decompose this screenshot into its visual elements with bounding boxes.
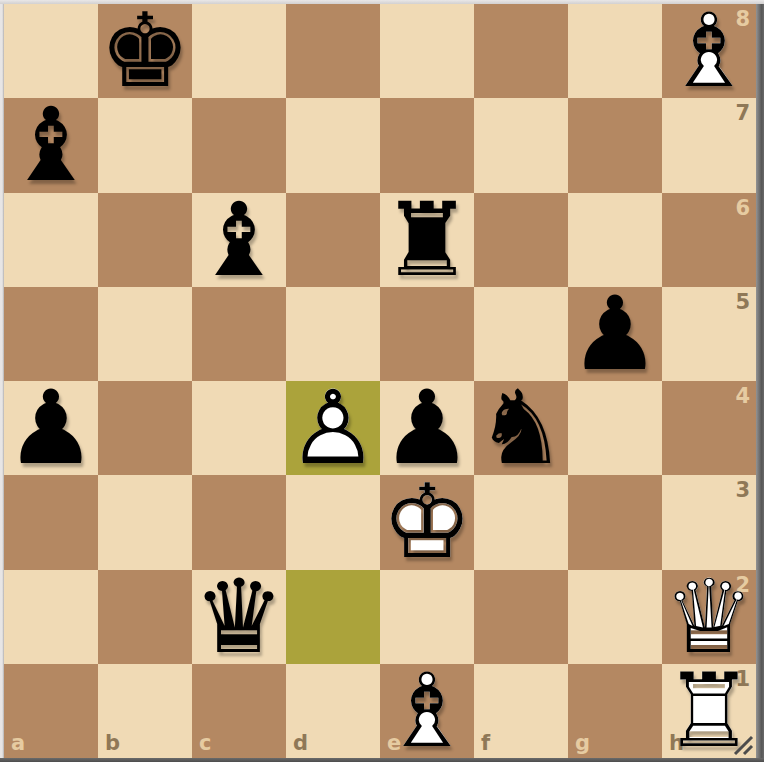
square-d1[interactable]: d <box>286 664 380 758</box>
white-queen-outline-glyph: ♕ <box>662 570 756 664</box>
square-b1[interactable]: b <box>98 664 192 758</box>
file-label-c: c <box>199 733 211 754</box>
white-bishop-outline-glyph: ♗ <box>662 4 756 98</box>
square-b5[interactable] <box>98 287 192 381</box>
black-knight-glyph: ♞ <box>474 381 568 475</box>
square-g2[interactable] <box>568 570 662 664</box>
square-a7[interactable]: ♝ <box>4 98 98 192</box>
square-c5[interactable] <box>192 287 286 381</box>
window-frame-right <box>756 4 764 758</box>
square-g7[interactable] <box>568 98 662 192</box>
square-a6[interactable] <box>4 193 98 287</box>
square-b7[interactable] <box>98 98 192 192</box>
piece-black-rook[interactable]: ♜ <box>380 193 474 287</box>
chess-board: ♚8♝♗♝7♝♜6♟5♟♟♙♟♞4♚♔3♛2♛♕abcde♝♗fgh1♜♖ <box>4 4 756 758</box>
square-c7[interactable] <box>192 98 286 192</box>
file-label-b: b <box>105 733 120 754</box>
square-f5[interactable] <box>474 287 568 381</box>
square-e2[interactable] <box>380 570 474 664</box>
black-rook-glyph: ♜ <box>380 193 474 287</box>
square-a1[interactable]: a <box>4 664 98 758</box>
piece-black-bishop[interactable]: ♝ <box>4 98 98 192</box>
square-h3[interactable]: 3 <box>662 475 756 569</box>
square-g8[interactable] <box>568 4 662 98</box>
square-g1[interactable]: g <box>568 664 662 758</box>
white-bishop-fill-glyph: ♝ <box>380 664 474 758</box>
square-f7[interactable] <box>474 98 568 192</box>
square-g4[interactable] <box>568 381 662 475</box>
square-h4[interactable]: 4 <box>662 381 756 475</box>
piece-black-knight[interactable]: ♞ <box>474 381 568 475</box>
square-g6[interactable] <box>568 193 662 287</box>
piece-black-pawn[interactable]: ♟ <box>380 381 474 475</box>
rank-label-3: 3 <box>735 480 750 501</box>
rank-label-4: 4 <box>735 386 750 407</box>
square-f1[interactable]: f <box>474 664 568 758</box>
square-d6[interactable] <box>286 193 380 287</box>
square-a3[interactable] <box>4 475 98 569</box>
square-c4[interactable] <box>192 381 286 475</box>
square-d2[interactable] <box>286 570 380 664</box>
white-pawn-outline-glyph: ♙ <box>286 381 380 475</box>
square-f3[interactable] <box>474 475 568 569</box>
piece-black-king[interactable]: ♚ <box>98 4 192 98</box>
square-a5[interactable] <box>4 287 98 381</box>
white-queen-fill-glyph: ♛ <box>662 570 756 664</box>
white-king-fill-glyph: ♚ <box>380 475 474 569</box>
square-h5[interactable]: 5 <box>662 287 756 381</box>
rank-label-5: 5 <box>735 292 750 313</box>
white-pawn-fill-glyph: ♟ <box>286 381 380 475</box>
square-a2[interactable] <box>4 570 98 664</box>
square-g3[interactable] <box>568 475 662 569</box>
square-h8[interactable]: 8♝♗ <box>662 4 756 98</box>
black-queen-glyph: ♛ <box>192 570 286 664</box>
square-c2[interactable]: ♛ <box>192 570 286 664</box>
black-bishop-glyph: ♝ <box>4 98 98 192</box>
file-label-f: f <box>481 733 490 754</box>
square-c1[interactable]: c <box>192 664 286 758</box>
piece-white-king[interactable]: ♚♔ <box>380 475 474 569</box>
square-c3[interactable] <box>192 475 286 569</box>
square-d8[interactable] <box>286 4 380 98</box>
white-bishop-fill-glyph: ♝ <box>662 4 756 98</box>
square-f4[interactable]: ♞ <box>474 381 568 475</box>
square-f8[interactable] <box>474 4 568 98</box>
square-d5[interactable] <box>286 287 380 381</box>
resize-grip-icon[interactable] <box>732 734 754 756</box>
piece-white-bishop[interactable]: ♝♗ <box>380 664 474 758</box>
square-d7[interactable] <box>286 98 380 192</box>
black-king-glyph: ♚ <box>98 4 192 98</box>
square-h7[interactable]: 7 <box>662 98 756 192</box>
black-pawn-glyph: ♟ <box>380 381 474 475</box>
square-e1[interactable]: e♝♗ <box>380 664 474 758</box>
black-bishop-glyph: ♝ <box>192 193 286 287</box>
piece-black-bishop[interactable]: ♝ <box>192 193 286 287</box>
square-b3[interactable] <box>98 475 192 569</box>
square-f6[interactable] <box>474 193 568 287</box>
chess-board-window: ♚8♝♗♝7♝♜6♟5♟♟♙♟♞4♚♔3♛2♛♕abcde♝♗fgh1♜♖ <box>0 0 764 762</box>
square-c6[interactable]: ♝ <box>192 193 286 287</box>
square-e8[interactable] <box>380 4 474 98</box>
square-e4[interactable]: ♟ <box>380 381 474 475</box>
square-e3[interactable]: ♚♔ <box>380 475 474 569</box>
square-e5[interactable] <box>380 287 474 381</box>
square-a8[interactable] <box>4 4 98 98</box>
square-b6[interactable] <box>98 193 192 287</box>
square-d4[interactable]: ♟♙ <box>286 381 380 475</box>
square-f2[interactable] <box>474 570 568 664</box>
piece-white-pawn[interactable]: ♟♙ <box>286 381 380 475</box>
file-label-d: d <box>293 733 308 754</box>
black-pawn-glyph: ♟ <box>568 287 662 381</box>
square-h2[interactable]: 2♛♕ <box>662 570 756 664</box>
square-a4[interactable]: ♟ <box>4 381 98 475</box>
piece-white-queen[interactable]: ♛♕ <box>662 570 756 664</box>
file-label-g: g <box>575 733 590 754</box>
square-e7[interactable] <box>380 98 474 192</box>
square-h6[interactable]: 6 <box>662 193 756 287</box>
rank-label-6: 6 <box>735 198 750 219</box>
square-e6[interactable]: ♜ <box>380 193 474 287</box>
piece-white-bishop[interactable]: ♝♗ <box>662 4 756 98</box>
piece-black-pawn[interactable]: ♟ <box>4 381 98 475</box>
square-b4[interactable] <box>98 381 192 475</box>
square-g5[interactable]: ♟ <box>568 287 662 381</box>
window-frame-bottom <box>0 758 764 762</box>
square-d3[interactable] <box>286 475 380 569</box>
square-b8[interactable]: ♚ <box>98 4 192 98</box>
square-b2[interactable] <box>98 570 192 664</box>
black-pawn-glyph: ♟ <box>4 381 98 475</box>
white-bishop-outline-glyph: ♗ <box>380 664 474 758</box>
rank-label-7: 7 <box>735 103 750 124</box>
piece-black-pawn[interactable]: ♟ <box>568 287 662 381</box>
square-c8[interactable] <box>192 4 286 98</box>
piece-black-queen[interactable]: ♛ <box>192 570 286 664</box>
white-king-outline-glyph: ♔ <box>380 475 474 569</box>
file-label-a: a <box>11 733 25 754</box>
